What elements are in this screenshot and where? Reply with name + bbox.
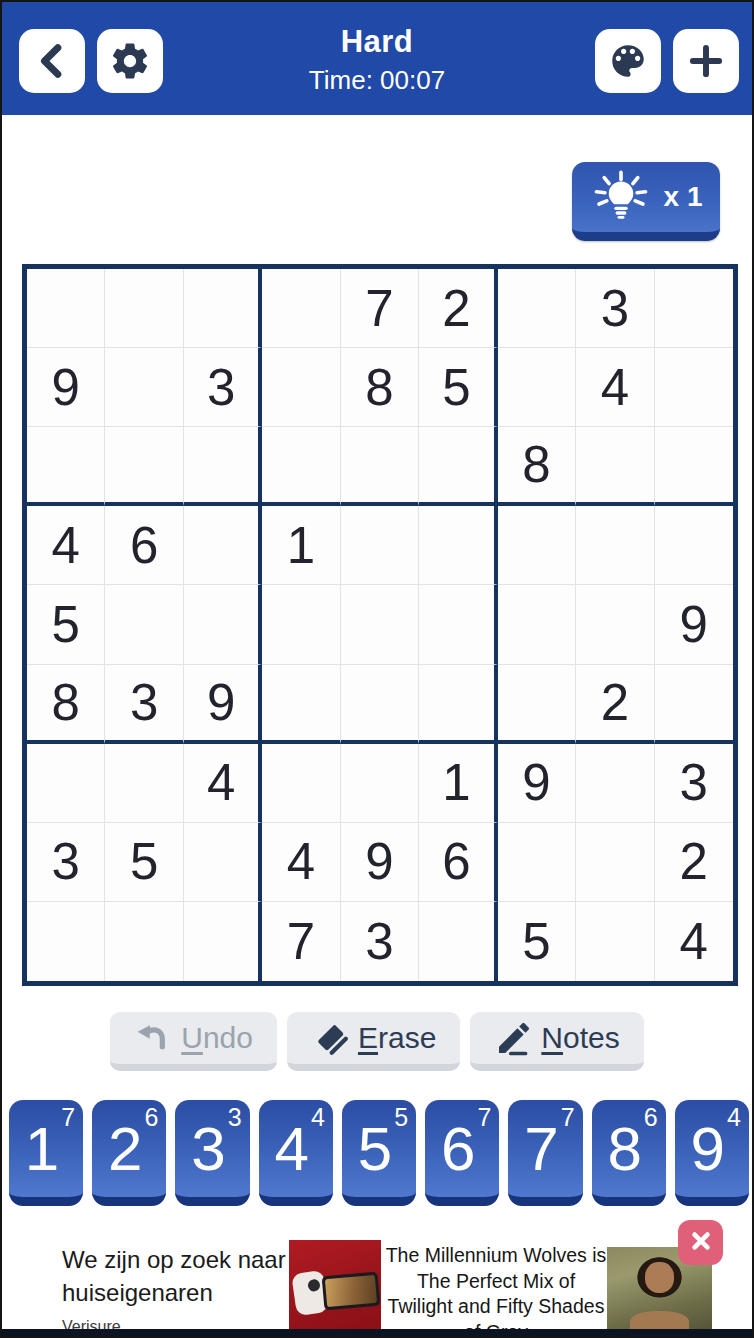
gear-icon: [109, 40, 151, 82]
grid-cell-r8c2[interactable]: 5: [105, 823, 183, 902]
toolbar: Undo Erase Notes: [2, 1012, 752, 1071]
keypad-remaining-count: 7: [561, 1103, 575, 1132]
grid-cell-r4c2[interactable]: 6: [105, 506, 183, 585]
grid-cell-r9c9[interactable]: 4: [655, 902, 733, 981]
grid-cell-r5c5[interactable]: [341, 585, 419, 664]
undo-icon: [134, 1018, 174, 1058]
grid-cell-r2c4[interactable]: [262, 348, 340, 427]
ad-camera-image[interactable]: [289, 1240, 381, 1330]
keypad-digit: 8: [607, 1118, 641, 1180]
keypad-remaining-count: 6: [145, 1103, 159, 1132]
keypad-digit: 6: [441, 1118, 475, 1180]
timer-text: Time: 00:07: [152, 65, 602, 96]
grid-cell-r2c7[interactable]: [498, 348, 576, 427]
keypad-digit: 7: [524, 1118, 558, 1180]
erase-button[interactable]: Erase: [287, 1012, 460, 1071]
grid-cell-r4c4[interactable]: 1: [262, 506, 340, 585]
grid-cell-r1c4[interactable]: [262, 269, 340, 348]
grid-cell-r9c4[interactable]: 7: [262, 902, 340, 981]
grid-cell-r5c4[interactable]: [262, 585, 340, 664]
keypad-key-4[interactable]: 44: [259, 1100, 333, 1206]
grid-cell-r5c7[interactable]: [498, 585, 576, 664]
grid-cell-r8c8[interactable]: [576, 823, 654, 902]
keypad-key-2[interactable]: 26: [92, 1100, 166, 1206]
keypad-key-6[interactable]: 67: [425, 1100, 499, 1206]
grid-cell-r3c2[interactable]: [105, 427, 183, 506]
grid-cell-r7c4[interactable]: [262, 744, 340, 823]
grid-cell-r7c5[interactable]: [341, 744, 419, 823]
grid-cell-r1c9[interactable]: [655, 269, 733, 348]
keypad-remaining-count: 3: [228, 1103, 242, 1132]
grid-cell-r6c1[interactable]: 8: [27, 665, 105, 744]
keypad-digit: 2: [108, 1118, 142, 1180]
keypad-remaining-count: 5: [394, 1103, 408, 1132]
camera-phone: [322, 1272, 381, 1311]
undo-label: Undo: [181, 1021, 253, 1055]
ad-right-headline: The Millennium Wolves is The Perfect Mix…: [385, 1243, 607, 1338]
grid-cell-r1c8[interactable]: 3: [576, 269, 654, 348]
hint-count-label: x 1: [664, 181, 703, 213]
grid-cell-r2c6[interactable]: 5: [419, 348, 497, 427]
grid-cell-r8c6[interactable]: 6: [419, 823, 497, 902]
new-game-button[interactable]: [673, 29, 739, 93]
grid-cell-r4c6[interactable]: [419, 506, 497, 585]
grid-cell-r5c6[interactable]: [419, 585, 497, 664]
ad-right[interactable]: The Millennium Wolves is The Perfect Mix…: [385, 1243, 607, 1338]
grid-cell-r6c9[interactable]: [655, 665, 733, 744]
ad-left[interactable]: We zijn op zoek naar huiseigenaren Veris…: [62, 1243, 302, 1336]
grid-cell-r3c3[interactable]: [184, 427, 262, 506]
grid-cell-r5c2[interactable]: [105, 585, 183, 664]
man-torso: [630, 1311, 689, 1330]
keypad-remaining-count: 4: [727, 1103, 741, 1132]
ad-banner: We zijn op zoek naar huiseigenaren Veris…: [2, 1235, 752, 1333]
keypad-remaining-count: 4: [311, 1103, 325, 1132]
notes-label: Notes: [541, 1021, 619, 1055]
keypad-digit: 3: [191, 1118, 225, 1180]
grid-cell-r3c5[interactable]: [341, 427, 419, 506]
grid-cell-r7c1[interactable]: [27, 744, 105, 823]
grid-cell-r1c3[interactable]: [184, 269, 262, 348]
grid-cell-r8c4[interactable]: 4: [262, 823, 340, 902]
grid-cell-r7c9[interactable]: 3: [655, 744, 733, 823]
man-face: [645, 1262, 674, 1294]
grid-cell-r4c3[interactable]: [184, 506, 262, 585]
sudoku-app-screen: Hard Time: 00:07: [0, 0, 754, 1338]
grid-cell-r8c9[interactable]: 2: [655, 823, 733, 902]
grid-cell-r3c4[interactable]: [262, 427, 340, 506]
hint-button[interactable]: x 1: [572, 162, 720, 241]
grid-cell-r7c7[interactable]: 9: [498, 744, 576, 823]
grid-cell-r7c3[interactable]: 4: [184, 744, 262, 823]
grid-cell-r7c8[interactable]: [576, 744, 654, 823]
grid-cell-r9c2[interactable]: [105, 902, 183, 981]
plus-icon: [685, 40, 727, 82]
back-button[interactable]: [19, 29, 85, 93]
header-title-block: Hard Time: 00:07: [152, 24, 602, 96]
grid-cell-r4c7[interactable]: [498, 506, 576, 585]
grid-cell-r3c9[interactable]: [655, 427, 733, 506]
grid-cell-r1c2[interactable]: [105, 269, 183, 348]
palette-icon: [607, 40, 649, 82]
keypad-key-9[interactable]: 94: [675, 1100, 749, 1206]
keypad-key-5[interactable]: 55: [342, 1100, 416, 1206]
grid-cell-r4c9[interactable]: [655, 506, 733, 585]
erase-label: Erase: [358, 1021, 436, 1055]
grid-cell-r9c5[interactable]: 3: [341, 902, 419, 981]
grid-cell-r6c4[interactable]: [262, 665, 340, 744]
keypad-digit: 9: [691, 1118, 725, 1180]
grid-cell-r9c6[interactable]: [419, 902, 497, 981]
grid-cell-r8c7[interactable]: [498, 823, 576, 902]
grid-cell-r2c1[interactable]: 9: [27, 348, 105, 427]
grid-cell-r1c7[interactable]: [498, 269, 576, 348]
pencil-icon: [494, 1018, 534, 1058]
grid-cell-r5c3[interactable]: [184, 585, 262, 664]
close-icon: [687, 1227, 715, 1259]
grid-cell-r5c9[interactable]: 9: [655, 585, 733, 664]
keypad: 172633445567778694: [9, 1100, 749, 1206]
keypad-digit: 1: [25, 1118, 59, 1180]
keypad-digit: 5: [358, 1118, 392, 1180]
grid-cell-r3c1[interactable]: [27, 427, 105, 506]
grid-cell-r1c6[interactable]: 2: [419, 269, 497, 348]
lightbulb-icon: [590, 169, 652, 225]
grid-cell-r7c6[interactable]: 1: [419, 744, 497, 823]
grid-cell-r3c8[interactable]: [576, 427, 654, 506]
grid-cell-r6c3[interactable]: 9: [184, 665, 262, 744]
grid-cell-r3c7[interactable]: 8: [498, 427, 576, 506]
grid-cell-r4c5[interactable]: [341, 506, 419, 585]
undo-button[interactable]: Undo: [110, 1012, 277, 1071]
grid-cell-r2c3[interactable]: 3: [184, 348, 262, 427]
keypad-key-8[interactable]: 86: [592, 1100, 666, 1206]
grid-cell-r9c1[interactable]: [27, 902, 105, 981]
grid-cell-r3c6[interactable]: [419, 427, 497, 506]
grid-cell-r5c1[interactable]: 5: [27, 585, 105, 664]
grid-cell-r2c8[interactable]: 4: [576, 348, 654, 427]
grid-cell-r2c5[interactable]: 8: [341, 348, 419, 427]
difficulty-title: Hard: [152, 24, 602, 60]
grid-cell-r8c5[interactable]: 9: [341, 823, 419, 902]
grid-cell-r8c1[interactable]: 3: [27, 823, 105, 902]
grid-cell-r4c1[interactable]: 4: [27, 506, 105, 585]
chevron-left-icon: [32, 41, 72, 81]
grid-cell-r8c3[interactable]: [184, 823, 262, 902]
grid-cell-r1c5[interactable]: 7: [341, 269, 419, 348]
keypad-remaining-count: 6: [644, 1103, 658, 1132]
grid-cell-r1c1[interactable]: [27, 269, 105, 348]
grid-cell-r9c8[interactable]: [576, 902, 654, 981]
grid-cell-r7c2[interactable]: [105, 744, 183, 823]
camera-lens: [307, 1279, 321, 1293]
ad-left-headline: We zijn op zoek naar huiseigenaren: [62, 1243, 302, 1309]
grid-cell-r6c8[interactable]: 2: [576, 665, 654, 744]
keypad-key-3[interactable]: 33: [175, 1100, 249, 1206]
bottom-edge-bar: [2, 1329, 752, 1336]
sudoku-grid: 72393854846159839241933549627354: [22, 264, 738, 986]
keypad-remaining-count: 7: [61, 1103, 75, 1132]
grid-cell-r5c8[interactable]: [576, 585, 654, 664]
notes-button[interactable]: Notes: [470, 1012, 643, 1071]
keypad-key-1[interactable]: 17: [9, 1100, 83, 1206]
grid-cell-r6c2[interactable]: 3: [105, 665, 183, 744]
eraser-icon: [311, 1018, 351, 1058]
grid-cell-r6c7[interactable]: [498, 665, 576, 744]
grid-cell-r4c8[interactable]: [576, 506, 654, 585]
grid-cell-r6c6[interactable]: [419, 665, 497, 744]
theme-button[interactable]: [595, 29, 661, 93]
grid-cell-r6c5[interactable]: [341, 665, 419, 744]
ad-close-button[interactable]: [678, 1220, 723, 1265]
grid-cell-r2c9[interactable]: [655, 348, 733, 427]
grid-cell-r2c2[interactable]: [105, 348, 183, 427]
keypad-key-7[interactable]: 77: [508, 1100, 582, 1206]
camera-phone-screen: [325, 1275, 377, 1307]
keypad-digit: 4: [275, 1118, 309, 1180]
header-bar: Hard Time: 00:07: [2, 2, 752, 115]
keypad-remaining-count: 7: [477, 1103, 491, 1132]
grid-cell-r9c7[interactable]: 5: [498, 902, 576, 981]
grid-cell-r9c3[interactable]: [184, 902, 262, 981]
